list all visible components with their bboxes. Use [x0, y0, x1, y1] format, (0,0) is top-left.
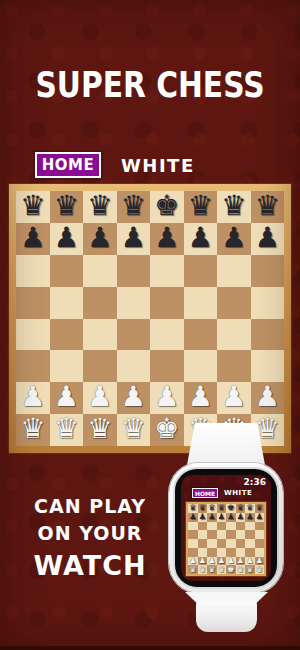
- white-pawn: ♟: [256, 557, 263, 565]
- black-pawn: ♟: [256, 513, 263, 521]
- black-queen: ♛: [121, 192, 146, 220]
- screenshot-root: SUPER CHESS HOME WHITE ♛♛♛♛♚♛♛♛♟♟♟♟♟♟♟♟♟…: [0, 0, 300, 650]
- app-title: SUPER CHESS: [15, 64, 285, 105]
- square-h3[interactable]: [251, 350, 285, 382]
- square-f3: [236, 548, 246, 557]
- white-pawn: ♟: [54, 383, 79, 411]
- white-pawn: ♟: [121, 383, 146, 411]
- watch-turn-indicator: WHITE: [224, 489, 252, 497]
- watch-chess-board-grid: ♛♛♛♛♚♛♛♛♟♟♟♟♟♟♟♟♟♟♟♟♟♟♟♟♛♛♛♛♚♛♛♛: [188, 504, 264, 574]
- black-pawn: ♟: [154, 224, 179, 252]
- black-queen: ♛: [218, 504, 225, 512]
- square-d8: ♛: [217, 504, 227, 513]
- square-a1: ♛: [188, 565, 198, 574]
- black-queen: ♛: [221, 192, 246, 220]
- black-pawn: ♟: [121, 224, 146, 252]
- black-pawn: ♟: [208, 513, 215, 521]
- bottom-edge-strip: [0, 646, 300, 650]
- square-g7[interactable]: ♟: [217, 223, 251, 255]
- black-pawn: ♟: [246, 513, 253, 521]
- square-e7[interactable]: ♟: [150, 223, 184, 255]
- white-pawn: ♟: [154, 383, 179, 411]
- black-pawn: ♟: [237, 513, 244, 521]
- square-f5: [236, 530, 246, 539]
- square-f4[interactable]: [184, 319, 218, 351]
- square-e5: [226, 530, 236, 539]
- square-d5: [217, 530, 227, 539]
- square-b8: ♛: [198, 504, 208, 513]
- black-queen: ♛: [54, 192, 79, 220]
- square-h7: ♟: [255, 513, 265, 522]
- square-b5[interactable]: [50, 287, 84, 319]
- square-g2[interactable]: ♟: [217, 382, 251, 414]
- white-pawn: ♟: [227, 557, 234, 565]
- square-d8[interactable]: ♛: [117, 191, 151, 223]
- black-queen: ♛: [237, 504, 244, 512]
- square-a3: [188, 548, 198, 557]
- black-pawn: ♟: [255, 224, 280, 252]
- square-d5[interactable]: [117, 287, 151, 319]
- square-f6[interactable]: [184, 255, 218, 287]
- home-button[interactable]: HOME: [35, 152, 101, 178]
- square-h8[interactable]: ♛: [251, 191, 285, 223]
- square-h7[interactable]: ♟: [251, 223, 285, 255]
- square-h6[interactable]: [251, 255, 285, 287]
- watch-chess-board: ♛♛♛♛♚♛♛♛♟♟♟♟♟♟♟♟♟♟♟♟♟♟♟♟♛♛♛♛♚♛♛♛: [186, 502, 266, 576]
- black-queen: ♛: [208, 504, 215, 512]
- black-queen: ♛: [188, 192, 213, 220]
- square-c8: ♛: [207, 504, 217, 513]
- white-queen: ♛: [20, 415, 45, 443]
- white-pawn: ♟: [255, 383, 280, 411]
- square-c2[interactable]: ♟: [83, 382, 117, 414]
- white-pawn: ♟: [188, 383, 213, 411]
- square-g8[interactable]: ♛: [217, 191, 251, 223]
- white-pawn: ♟: [199, 557, 206, 565]
- square-a5: [188, 530, 198, 539]
- square-a3[interactable]: [16, 350, 50, 382]
- square-c7[interactable]: ♟: [83, 223, 117, 255]
- square-a2: ♟: [188, 557, 198, 566]
- square-f1: ♛: [236, 565, 246, 574]
- white-queen: ♛: [189, 566, 196, 574]
- white-pawn: ♟: [208, 557, 215, 565]
- square-c7: ♟: [207, 513, 217, 522]
- square-e4[interactable]: [150, 319, 184, 351]
- square-b8[interactable]: ♛: [50, 191, 84, 223]
- square-e1[interactable]: ♚: [150, 414, 184, 446]
- square-f2: ♟: [236, 557, 246, 566]
- square-e8: ♚: [226, 504, 236, 513]
- square-c6[interactable]: [83, 255, 117, 287]
- white-pawn: ♟: [218, 557, 225, 565]
- white-queen: ♛: [87, 415, 112, 443]
- square-g3[interactable]: [217, 350, 251, 382]
- square-e2: ♟: [226, 557, 236, 566]
- white-queen: ♛: [54, 415, 79, 443]
- square-b3: [198, 548, 208, 557]
- white-king: ♚: [227, 566, 234, 574]
- square-d7[interactable]: ♟: [117, 223, 151, 255]
- square-e8[interactable]: ♚: [150, 191, 184, 223]
- white-pawn: ♟: [20, 383, 45, 411]
- white-king: ♚: [154, 415, 179, 443]
- square-e2[interactable]: ♟: [150, 382, 184, 414]
- square-a6: [188, 522, 198, 531]
- watch-clock: 2:36: [244, 477, 266, 487]
- square-d1: ♛: [217, 565, 227, 574]
- square-c1[interactable]: ♛: [83, 414, 117, 446]
- square-b7: ♟: [198, 513, 208, 522]
- chess-board: ♛♛♛♛♚♛♛♛♟♟♟♟♟♟♟♟♟♟♟♟♟♟♟♟♛♛♛♛♚♛♛♛: [8, 183, 292, 454]
- black-queen: ♛: [199, 504, 206, 512]
- black-pawn: ♟: [87, 224, 112, 252]
- white-queen: ♛: [246, 566, 253, 574]
- square-h8: ♛: [255, 504, 265, 513]
- black-pawn: ♟: [199, 513, 206, 521]
- square-h2[interactable]: ♟: [251, 382, 285, 414]
- square-h5: [255, 530, 265, 539]
- black-pawn: ♟: [188, 224, 213, 252]
- square-d4: [217, 539, 227, 548]
- square-d2: ♟: [217, 557, 227, 566]
- square-e3[interactable]: [150, 350, 184, 382]
- square-f6: [236, 522, 246, 531]
- black-queen: ♛: [246, 504, 253, 512]
- square-e7: ♟: [226, 513, 236, 522]
- square-e1: ♚: [226, 565, 236, 574]
- square-f4: [236, 539, 246, 548]
- square-h3: [255, 548, 265, 557]
- square-g4[interactable]: [217, 319, 251, 351]
- square-d4[interactable]: [117, 319, 151, 351]
- square-g5: [245, 530, 255, 539]
- black-pawn: ♟: [54, 224, 79, 252]
- square-h4: [255, 539, 265, 548]
- square-b6[interactable]: [50, 255, 84, 287]
- square-d6: [217, 522, 227, 531]
- white-queen: ♛: [237, 566, 244, 574]
- square-a4[interactable]: [16, 319, 50, 351]
- square-b1: ♛: [198, 565, 208, 574]
- square-c1: ♛: [207, 565, 217, 574]
- square-g7: ♟: [245, 513, 255, 522]
- square-h6: [255, 522, 265, 531]
- black-queen: ♛: [255, 192, 280, 220]
- square-a1[interactable]: ♛: [16, 414, 50, 446]
- square-e3: [226, 548, 236, 557]
- square-g8: ♛: [245, 504, 255, 513]
- white-pawn: ♟: [221, 383, 246, 411]
- square-c5: [207, 530, 217, 539]
- watch-band-top: [187, 423, 265, 465]
- square-h4[interactable]: [251, 319, 285, 351]
- apple-watch-screen: 2:36 HOME WHITE ♛♛♛♛♚♛♛♛♟♟♟♟♟♟♟♟♟♟♟♟♟♟♟♟…: [181, 475, 271, 581]
- square-c3: [207, 548, 217, 557]
- black-pawn: ♟: [189, 513, 196, 521]
- square-b2[interactable]: ♟: [50, 382, 84, 414]
- black-pawn: ♟: [218, 513, 225, 521]
- square-a8[interactable]: ♛: [16, 191, 50, 223]
- square-d7: ♟: [217, 513, 227, 522]
- black-queen: ♛: [189, 504, 196, 512]
- watch-home-button: HOME: [192, 488, 218, 498]
- square-c3[interactable]: [83, 350, 117, 382]
- white-queen: ♛: [121, 415, 146, 443]
- black-pawn: ♟: [20, 224, 45, 252]
- square-f8[interactable]: ♛: [184, 191, 218, 223]
- white-pawn: ♟: [87, 383, 112, 411]
- square-b7[interactable]: ♟: [50, 223, 84, 255]
- square-d1[interactable]: ♛: [117, 414, 151, 446]
- square-f8: ♛: [236, 504, 246, 513]
- white-queen: ♛: [218, 566, 225, 574]
- square-b5: [198, 530, 208, 539]
- square-h2: ♟: [255, 557, 265, 566]
- square-f2[interactable]: ♟: [184, 382, 218, 414]
- square-f7[interactable]: ♟: [184, 223, 218, 255]
- square-b3[interactable]: [50, 350, 84, 382]
- square-b1[interactable]: ♛: [50, 414, 84, 446]
- square-a7[interactable]: ♟: [16, 223, 50, 255]
- square-a2[interactable]: ♟: [16, 382, 50, 414]
- turn-indicator: WHITE: [121, 155, 195, 176]
- square-a8: ♛: [188, 504, 198, 513]
- square-b4: [198, 539, 208, 548]
- square-e6: [226, 522, 236, 531]
- square-c8[interactable]: ♛: [83, 191, 117, 223]
- square-h5[interactable]: [251, 287, 285, 319]
- square-c6: [207, 522, 217, 531]
- black-pawn: ♟: [227, 513, 234, 521]
- square-d6[interactable]: [117, 255, 151, 287]
- white-queen: ♛: [199, 566, 206, 574]
- square-e5[interactable]: [150, 287, 184, 319]
- square-c5[interactable]: [83, 287, 117, 319]
- square-a5[interactable]: [16, 287, 50, 319]
- square-d3[interactable]: [117, 350, 151, 382]
- square-g3: [245, 548, 255, 557]
- square-h1: ♛: [255, 565, 265, 574]
- square-g2: ♟: [245, 557, 255, 566]
- square-a6[interactable]: [16, 255, 50, 287]
- square-f5[interactable]: [184, 287, 218, 319]
- black-queen: ♛: [256, 504, 263, 512]
- square-d3: [217, 548, 227, 557]
- square-g5[interactable]: [217, 287, 251, 319]
- square-b4[interactable]: [50, 319, 84, 351]
- tagline-line-1: CAN PLAY: [6, 493, 174, 520]
- white-queen: ♛: [256, 566, 263, 574]
- square-d2[interactable]: ♟: [117, 382, 151, 414]
- square-a4: [188, 539, 198, 548]
- square-c4[interactable]: [83, 319, 117, 351]
- square-g1: ♛: [245, 565, 255, 574]
- square-a7: ♟: [188, 513, 198, 522]
- tagline-line-2: ON YOUR: [6, 520, 174, 547]
- square-e4: [226, 539, 236, 548]
- square-b2: ♟: [198, 557, 208, 566]
- square-c2: ♟: [207, 557, 217, 566]
- square-c4: [207, 539, 217, 548]
- square-b6: [198, 522, 208, 531]
- chess-board-grid: ♛♛♛♛♚♛♛♛♟♟♟♟♟♟♟♟♟♟♟♟♟♟♟♟♛♛♛♛♚♛♛♛: [16, 191, 284, 446]
- square-g6: [245, 522, 255, 531]
- square-g6[interactable]: [217, 255, 251, 287]
- tagline-line-3: WATCH: [6, 550, 174, 582]
- white-pawn: ♟: [246, 557, 253, 565]
- black-king: ♚: [154, 192, 179, 220]
- white-pawn: ♟: [237, 557, 244, 565]
- black-queen: ♛: [87, 192, 112, 220]
- white-pawn: ♟: [189, 557, 196, 565]
- watch-band-bottom: [196, 601, 257, 632]
- square-g4: [245, 539, 255, 548]
- white-queen: ♛: [208, 566, 215, 574]
- square-e6[interactable]: [150, 255, 184, 287]
- black-pawn: ♟: [221, 224, 246, 252]
- square-f7: ♟: [236, 513, 246, 522]
- black-queen: ♛: [20, 192, 45, 220]
- square-f3[interactable]: [184, 350, 218, 382]
- black-king: ♚: [227, 504, 234, 512]
- tagline: CAN PLAY ON YOUR WATCH: [6, 493, 174, 582]
